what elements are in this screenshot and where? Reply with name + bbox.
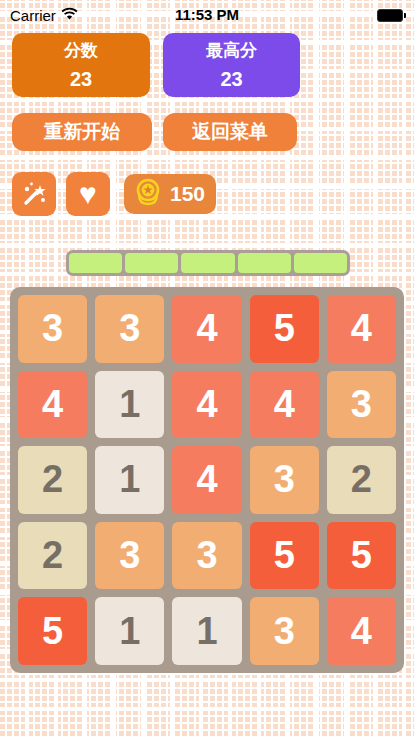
back-to-menu-button[interactable]: 返回菜单: [163, 113, 297, 151]
score-value: 23: [70, 68, 92, 91]
coin-medal-icon: [134, 178, 162, 210]
progress-segment: [294, 253, 347, 273]
tile-r1c4-value-5: 5: [250, 295, 319, 363]
tile-r2c3-value-4: 4: [172, 371, 241, 439]
status-bar: Carrier 11:53 PM: [0, 0, 414, 28]
best-score-label: 最高分: [206, 39, 257, 62]
tile-r2c4-value-4: 4: [250, 371, 319, 439]
magic-wand-icon: [20, 179, 48, 210]
score-card: 分数 23: [12, 33, 150, 97]
best-score-value: 23: [220, 68, 242, 91]
tile-r5c3-value-1: 1: [172, 597, 241, 665]
tile-r3c5-value-2: 2: [327, 446, 396, 514]
tile-r3c4-value-3: 3: [250, 446, 319, 514]
heart-icon: ♥: [79, 179, 97, 209]
tile-r5c2-value-1: 1: [95, 597, 164, 665]
clock: 11:53 PM: [0, 6, 414, 23]
tile-r3c2-value-1: 1: [95, 446, 164, 514]
tile-r5c4-value-3: 3: [250, 597, 319, 665]
board[interactable]: 3345441443214322335551134: [10, 287, 404, 673]
tile-r5c5-value-4: 4: [327, 597, 396, 665]
score-label: 分数: [64, 39, 98, 62]
coins-badge[interactable]: 150: [124, 174, 216, 214]
tile-r4c1-value-2: 2: [18, 522, 87, 590]
tile-r2c5-value-3: 3: [327, 371, 396, 439]
tile-r1c2-value-3: 3: [95, 295, 164, 363]
tile-r2c1-value-4: 4: [18, 371, 87, 439]
progress-segment: [125, 253, 178, 273]
tile-r2c2-value-1: 1: [95, 371, 164, 439]
tile-r4c4-value-5: 5: [250, 522, 319, 590]
heart-button[interactable]: ♥: [66, 172, 110, 216]
tile-r1c1-value-3: 3: [18, 295, 87, 363]
progress-segment: [181, 253, 234, 273]
tile-r1c3-value-4: 4: [172, 295, 241, 363]
tile-r3c3-value-4: 4: [172, 446, 241, 514]
tile-r4c2-value-3: 3: [95, 522, 164, 590]
tile-r4c3-value-3: 3: [172, 522, 241, 590]
progress-segment: [69, 253, 122, 273]
restart-button[interactable]: 重新开始: [12, 113, 152, 151]
tile-r1c5-value-4: 4: [327, 295, 396, 363]
best-score-card: 最高分 23: [163, 33, 300, 97]
tile-r3c1-value-2: 2: [18, 446, 87, 514]
battery-icon: [377, 9, 406, 22]
coins-value: 150: [170, 182, 205, 206]
progress-segment: [238, 253, 291, 273]
progress-bar: [66, 250, 350, 276]
tile-r5c1-value-5: 5: [18, 597, 87, 665]
magic-wand-button[interactable]: [12, 172, 56, 216]
tile-r4c5-value-5: 5: [327, 522, 396, 590]
